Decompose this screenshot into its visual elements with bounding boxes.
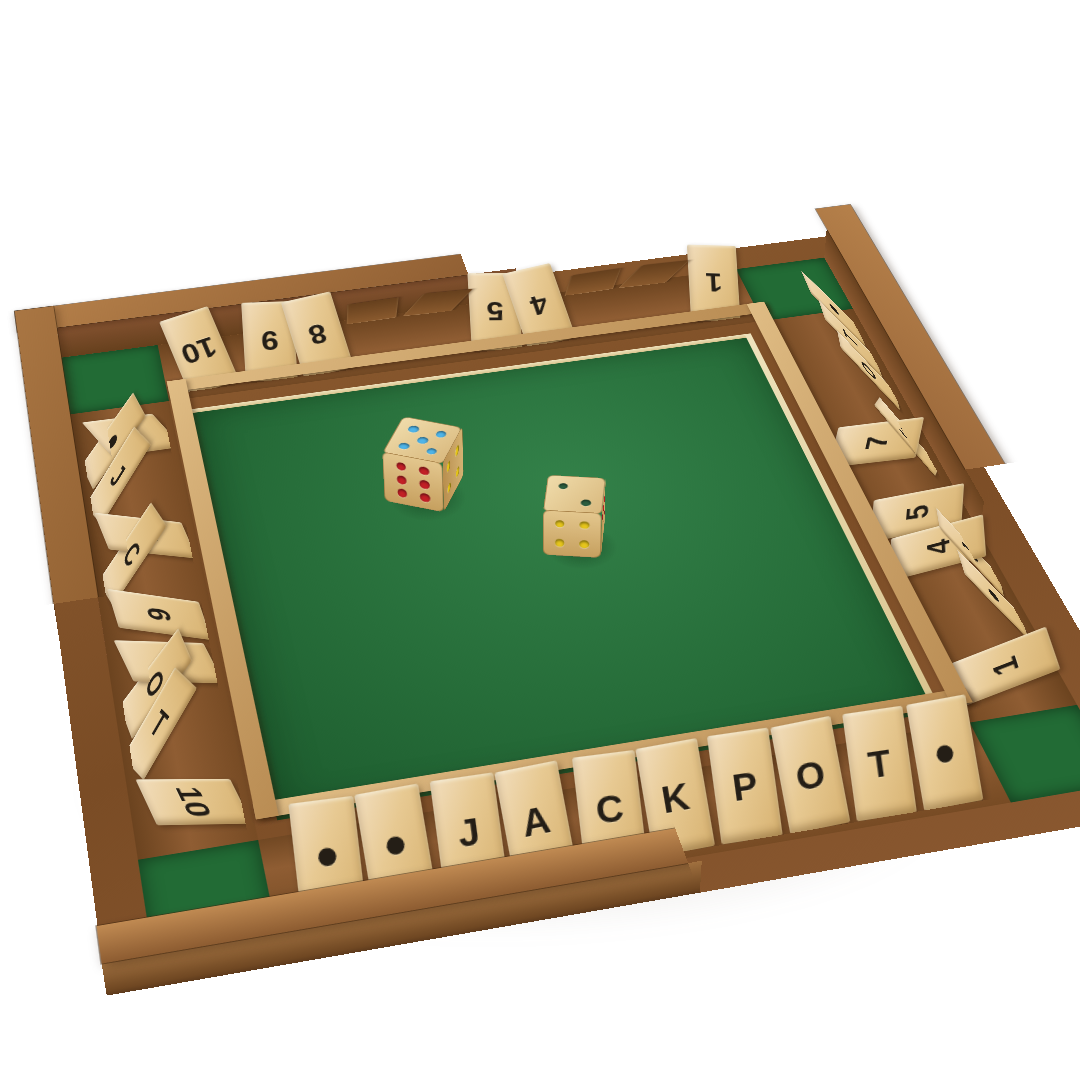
tile-number: 10	[170, 786, 218, 817]
die-pip	[555, 539, 565, 547]
die-pip	[456, 465, 459, 479]
die-2[interactable]	[543, 518, 603, 557]
photo-scene: ••JACKPOT•10985411•J4C67OT10•TO7K54J•1	[0, 0, 1080, 1080]
tile-letter: K	[659, 776, 692, 819]
shut-the-box-board: ••JACKPOT•10985411•J4C67OT10•TO7K54J•1	[19, 234, 1080, 996]
die-pip	[558, 482, 568, 488]
die-pip	[435, 430, 448, 438]
tile-number: 7	[860, 434, 894, 451]
die-pip	[580, 540, 590, 548]
tile-number: 1	[985, 652, 1024, 680]
die-pip	[398, 488, 408, 498]
die-pip	[420, 479, 430, 489]
die-pip	[580, 521, 590, 529]
die-pip	[447, 459, 451, 473]
tile-letter: O	[792, 753, 827, 796]
die-pip	[397, 475, 407, 485]
tile-number: 1	[704, 269, 722, 296]
tile-number: 10	[177, 332, 221, 369]
die-pip	[581, 499, 591, 506]
die-pip	[420, 466, 430, 476]
die-pip	[407, 425, 420, 433]
die-face-top	[543, 474, 606, 514]
die-pip	[456, 444, 459, 458]
tile-letter: T	[866, 743, 893, 784]
die-pip	[426, 447, 439, 455]
tile-letter: A	[519, 799, 554, 843]
tile-letter: •	[313, 823, 342, 889]
tile-number: 8	[305, 319, 330, 350]
die-pip	[448, 480, 452, 494]
tile-number: 4	[527, 290, 552, 320]
die-pip	[421, 493, 431, 503]
tile-number: 5	[900, 502, 933, 522]
tile-letter: •	[929, 721, 959, 784]
die-pip	[398, 442, 411, 450]
die-1[interactable]	[386, 464, 463, 511]
die-pip	[396, 461, 406, 471]
tile-letter: •	[380, 811, 412, 877]
tile-number: 6	[141, 606, 178, 624]
tile-number: 9	[260, 327, 279, 355]
die-face-front	[543, 509, 602, 557]
die-pip	[416, 436, 429, 444]
die-pip	[555, 519, 565, 527]
tile-letter: P	[730, 765, 760, 807]
tile-letter: C	[593, 787, 625, 829]
tile-number: 5	[485, 298, 504, 325]
tile-letter: J	[455, 811, 482, 853]
